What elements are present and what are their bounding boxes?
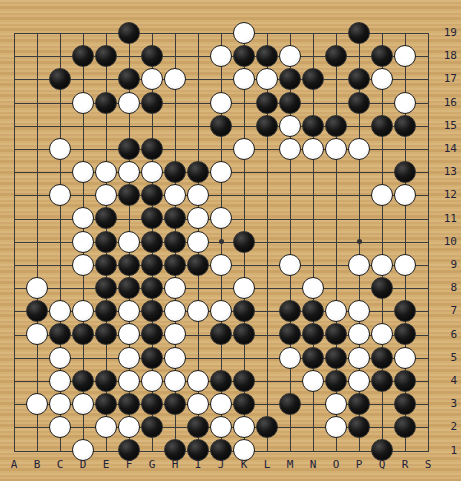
intersection-K18[interactable]: [233, 45, 256, 68]
intersection-C16[interactable]: [49, 91, 72, 114]
intersection-N17[interactable]: [302, 68, 325, 91]
intersection-K17[interactable]: [233, 68, 256, 91]
intersection-D8[interactable]: [72, 276, 95, 299]
intersection-O2[interactable]: [325, 416, 348, 439]
intersection-J14[interactable]: [210, 137, 233, 160]
intersection-K12[interactable]: [233, 184, 256, 207]
intersection-K19[interactable]: [233, 21, 256, 44]
intersection-C18[interactable]: [49, 45, 72, 68]
intersection-R13[interactable]: [394, 161, 417, 184]
intersection-H5[interactable]: [164, 346, 187, 369]
intersection-P15[interactable]: [348, 114, 371, 137]
intersection-E6[interactable]: [95, 323, 118, 346]
intersection-H16[interactable]: [164, 91, 187, 114]
intersection-R6[interactable]: [394, 323, 417, 346]
intersection-I18[interactable]: [187, 45, 210, 68]
intersection-Q12[interactable]: [371, 184, 394, 207]
intersection-N10[interactable]: [302, 230, 325, 253]
intersection-R7[interactable]: [394, 300, 417, 323]
intersection-B11[interactable]: [26, 207, 49, 230]
intersection-C14[interactable]: [49, 137, 72, 160]
intersection-O9[interactable]: [325, 253, 348, 276]
intersection-L17[interactable]: [256, 68, 279, 91]
intersection-I6[interactable]: [187, 323, 210, 346]
intersection-D3[interactable]: [72, 392, 95, 415]
intersection-D16[interactable]: [72, 91, 95, 114]
intersection-L11[interactable]: [256, 207, 279, 230]
intersection-B13[interactable]: [26, 161, 49, 184]
intersection-I12[interactable]: [187, 184, 210, 207]
intersection-L6[interactable]: [256, 323, 279, 346]
intersection-C4[interactable]: [49, 369, 72, 392]
intersection-E19[interactable]: [95, 21, 118, 44]
intersection-M3[interactable]: [279, 392, 302, 415]
intersection-C3[interactable]: [49, 392, 72, 415]
intersection-I2[interactable]: [187, 416, 210, 439]
intersection-E4[interactable]: [95, 369, 118, 392]
intersection-Q3[interactable]: [371, 392, 394, 415]
intersection-O14[interactable]: [325, 137, 348, 160]
intersection-Q5[interactable]: [371, 346, 394, 369]
intersection-F10[interactable]: [118, 230, 141, 253]
intersection-F19[interactable]: [118, 21, 141, 44]
intersection-R5[interactable]: [394, 346, 417, 369]
intersection-F7[interactable]: [118, 300, 141, 323]
intersection-M9[interactable]: [279, 253, 302, 276]
intersection-N3[interactable]: [302, 392, 325, 415]
intersection-Q14[interactable]: [371, 137, 394, 160]
intersection-K11[interactable]: [233, 207, 256, 230]
intersection-F3[interactable]: [118, 392, 141, 415]
intersection-G4[interactable]: [141, 369, 164, 392]
intersection-B2[interactable]: [26, 416, 49, 439]
intersection-N19[interactable]: [302, 21, 325, 44]
intersection-K2[interactable]: [233, 416, 256, 439]
intersection-N7[interactable]: [302, 300, 325, 323]
intersection-O8[interactable]: [325, 276, 348, 299]
intersection-P8[interactable]: [348, 276, 371, 299]
intersection-J19[interactable]: [210, 21, 233, 44]
intersection-M14[interactable]: [279, 137, 302, 160]
intersection-C15[interactable]: [49, 114, 72, 137]
intersection-L4[interactable]: [256, 369, 279, 392]
intersection-G18[interactable]: [141, 45, 164, 68]
intersection-I16[interactable]: [187, 91, 210, 114]
intersection-K9[interactable]: [233, 253, 256, 276]
intersection-M5[interactable]: [279, 346, 302, 369]
intersection-E5[interactable]: [95, 346, 118, 369]
intersection-I8[interactable]: [187, 276, 210, 299]
intersection-I14[interactable]: [187, 137, 210, 160]
intersection-G6[interactable]: [141, 323, 164, 346]
intersection-M10[interactable]: [279, 230, 302, 253]
intersection-I11[interactable]: [187, 207, 210, 230]
intersection-J8[interactable]: [210, 276, 233, 299]
intersection-A10[interactable]: [3, 230, 26, 253]
intersection-H11[interactable]: [164, 207, 187, 230]
intersection-O10[interactable]: [325, 230, 348, 253]
intersection-C10[interactable]: [49, 230, 72, 253]
intersection-B4[interactable]: [26, 369, 49, 392]
intersection-N12[interactable]: [302, 184, 325, 207]
intersection-J16[interactable]: [210, 91, 233, 114]
intersection-E8[interactable]: [95, 276, 118, 299]
intersection-F6[interactable]: [118, 323, 141, 346]
intersection-J17[interactable]: [210, 68, 233, 91]
intersection-R9[interactable]: [394, 253, 417, 276]
intersection-N4[interactable]: [302, 369, 325, 392]
intersection-G3[interactable]: [141, 392, 164, 415]
intersection-B14[interactable]: [26, 137, 49, 160]
intersection-L15[interactable]: [256, 114, 279, 137]
intersection-Q7[interactable]: [371, 300, 394, 323]
intersection-C13[interactable]: [49, 161, 72, 184]
intersection-B5[interactable]: [26, 346, 49, 369]
intersection-C7[interactable]: [49, 300, 72, 323]
intersection-J2[interactable]: [210, 416, 233, 439]
intersection-M11[interactable]: [279, 207, 302, 230]
intersection-Q16[interactable]: [371, 91, 394, 114]
intersection-O3[interactable]: [325, 392, 348, 415]
intersection-E9[interactable]: [95, 253, 118, 276]
intersection-P16[interactable]: [348, 91, 371, 114]
intersection-H2[interactable]: [164, 416, 187, 439]
intersection-A5[interactable]: [3, 346, 26, 369]
intersection-P3[interactable]: [348, 392, 371, 415]
intersection-A9[interactable]: [3, 253, 26, 276]
intersection-G16[interactable]: [141, 91, 164, 114]
intersection-E17[interactable]: [95, 68, 118, 91]
intersection-F18[interactable]: [118, 45, 141, 68]
intersection-F17[interactable]: [118, 68, 141, 91]
intersection-E10[interactable]: [95, 230, 118, 253]
intersection-O19[interactable]: [325, 21, 348, 44]
intersection-M18[interactable]: [279, 45, 302, 68]
intersection-I5[interactable]: [187, 346, 210, 369]
intersection-H19[interactable]: [164, 21, 187, 44]
intersection-O5[interactable]: [325, 346, 348, 369]
intersection-Q15[interactable]: [371, 114, 394, 137]
intersection-Q4[interactable]: [371, 369, 394, 392]
intersection-G11[interactable]: [141, 207, 164, 230]
intersection-C17[interactable]: [49, 68, 72, 91]
intersection-H9[interactable]: [164, 253, 187, 276]
intersection-H14[interactable]: [164, 137, 187, 160]
intersection-L14[interactable]: [256, 137, 279, 160]
intersection-H3[interactable]: [164, 392, 187, 415]
intersection-N16[interactable]: [302, 91, 325, 114]
intersection-I9[interactable]: [187, 253, 210, 276]
intersection-I17[interactable]: [187, 68, 210, 91]
intersection-G14[interactable]: [141, 137, 164, 160]
intersection-P17[interactable]: [348, 68, 371, 91]
intersection-B7[interactable]: [26, 300, 49, 323]
intersection-R15[interactable]: [394, 114, 417, 137]
intersection-F16[interactable]: [118, 91, 141, 114]
intersection-O17[interactable]: [325, 68, 348, 91]
intersection-P10[interactable]: [348, 230, 371, 253]
intersection-E16[interactable]: [95, 91, 118, 114]
intersection-A4[interactable]: [3, 369, 26, 392]
intersection-P9[interactable]: [348, 253, 371, 276]
intersection-D9[interactable]: [72, 253, 95, 276]
intersection-H18[interactable]: [164, 45, 187, 68]
intersection-H4[interactable]: [164, 369, 187, 392]
intersection-A3[interactable]: [3, 392, 26, 415]
intersection-R3[interactable]: [394, 392, 417, 415]
intersection-B10[interactable]: [26, 230, 49, 253]
intersection-A17[interactable]: [3, 68, 26, 91]
intersection-L18[interactable]: [256, 45, 279, 68]
intersection-N5[interactable]: [302, 346, 325, 369]
intersection-B15[interactable]: [26, 114, 49, 137]
intersection-F9[interactable]: [118, 253, 141, 276]
intersection-K10[interactable]: [233, 230, 256, 253]
intersection-R19[interactable]: [394, 21, 417, 44]
intersection-M16[interactable]: [279, 91, 302, 114]
intersection-Q19[interactable]: [371, 21, 394, 44]
intersection-B8[interactable]: [26, 276, 49, 299]
intersection-P19[interactable]: [348, 21, 371, 44]
intersection-C5[interactable]: [49, 346, 72, 369]
intersection-P13[interactable]: [348, 161, 371, 184]
intersection-O16[interactable]: [325, 91, 348, 114]
intersection-Q17[interactable]: [371, 68, 394, 91]
intersection-R16[interactable]: [394, 91, 417, 114]
intersection-J13[interactable]: [210, 161, 233, 184]
intersection-J6[interactable]: [210, 323, 233, 346]
intersection-R11[interactable]: [394, 207, 417, 230]
intersection-A18[interactable]: [3, 45, 26, 68]
intersection-H8[interactable]: [164, 276, 187, 299]
intersection-E2[interactable]: [95, 416, 118, 439]
intersection-I10[interactable]: [187, 230, 210, 253]
intersection-I7[interactable]: [187, 300, 210, 323]
intersection-L5[interactable]: [256, 346, 279, 369]
intersection-G9[interactable]: [141, 253, 164, 276]
intersection-L9[interactable]: [256, 253, 279, 276]
intersection-B3[interactable]: [26, 392, 49, 415]
intersection-P6[interactable]: [348, 323, 371, 346]
intersection-D5[interactable]: [72, 346, 95, 369]
intersection-O4[interactable]: [325, 369, 348, 392]
intersection-J15[interactable]: [210, 114, 233, 137]
intersection-K7[interactable]: [233, 300, 256, 323]
intersection-H12[interactable]: [164, 184, 187, 207]
intersection-A6[interactable]: [3, 323, 26, 346]
intersection-H15[interactable]: [164, 114, 187, 137]
intersection-N18[interactable]: [302, 45, 325, 68]
intersection-Q2[interactable]: [371, 416, 394, 439]
intersection-K8[interactable]: [233, 276, 256, 299]
intersection-R10[interactable]: [394, 230, 417, 253]
intersection-J3[interactable]: [210, 392, 233, 415]
intersection-E7[interactable]: [95, 300, 118, 323]
intersection-G17[interactable]: [141, 68, 164, 91]
intersection-D17[interactable]: [72, 68, 95, 91]
intersection-E11[interactable]: [95, 207, 118, 230]
intersection-E14[interactable]: [95, 137, 118, 160]
intersection-C19[interactable]: [49, 21, 72, 44]
intersection-K15[interactable]: [233, 114, 256, 137]
intersection-M15[interactable]: [279, 114, 302, 137]
intersection-C12[interactable]: [49, 184, 72, 207]
intersection-A14[interactable]: [3, 137, 26, 160]
intersection-D15[interactable]: [72, 114, 95, 137]
intersection-D13[interactable]: [72, 161, 95, 184]
intersection-B12[interactable]: [26, 184, 49, 207]
intersection-G8[interactable]: [141, 276, 164, 299]
intersection-Q10[interactable]: [371, 230, 394, 253]
intersection-B9[interactable]: [26, 253, 49, 276]
intersection-M12[interactable]: [279, 184, 302, 207]
intersection-J12[interactable]: [210, 184, 233, 207]
intersection-D2[interactable]: [72, 416, 95, 439]
intersection-I13[interactable]: [187, 161, 210, 184]
intersection-F12[interactable]: [118, 184, 141, 207]
intersection-I4[interactable]: [187, 369, 210, 392]
intersection-M4[interactable]: [279, 369, 302, 392]
intersection-D19[interactable]: [72, 21, 95, 44]
intersection-E12[interactable]: [95, 184, 118, 207]
intersection-E15[interactable]: [95, 114, 118, 137]
intersection-O13[interactable]: [325, 161, 348, 184]
intersection-F2[interactable]: [118, 416, 141, 439]
intersection-D14[interactable]: [72, 137, 95, 160]
intersection-C2[interactable]: [49, 416, 72, 439]
intersection-Q11[interactable]: [371, 207, 394, 230]
intersection-J9[interactable]: [210, 253, 233, 276]
intersection-R18[interactable]: [394, 45, 417, 68]
intersection-I3[interactable]: [187, 392, 210, 415]
intersection-B17[interactable]: [26, 68, 49, 91]
intersection-N11[interactable]: [302, 207, 325, 230]
intersection-P7[interactable]: [348, 300, 371, 323]
intersection-D7[interactable]: [72, 300, 95, 323]
intersection-C9[interactable]: [49, 253, 72, 276]
intersection-C8[interactable]: [49, 276, 72, 299]
intersection-C6[interactable]: [49, 323, 72, 346]
intersection-P5[interactable]: [348, 346, 371, 369]
intersection-J4[interactable]: [210, 369, 233, 392]
intersection-P12[interactable]: [348, 184, 371, 207]
intersection-P4[interactable]: [348, 369, 371, 392]
intersection-L12[interactable]: [256, 184, 279, 207]
intersection-E18[interactable]: [95, 45, 118, 68]
intersection-F4[interactable]: [118, 369, 141, 392]
intersection-H10[interactable]: [164, 230, 187, 253]
intersection-D12[interactable]: [72, 184, 95, 207]
intersection-M13[interactable]: [279, 161, 302, 184]
intersection-L10[interactable]: [256, 230, 279, 253]
intersection-G10[interactable]: [141, 230, 164, 253]
intersection-A8[interactable]: [3, 276, 26, 299]
intersection-J10[interactable]: [210, 230, 233, 253]
intersection-E13[interactable]: [95, 161, 118, 184]
intersection-F11[interactable]: [118, 207, 141, 230]
intersection-L8[interactable]: [256, 276, 279, 299]
intersection-R12[interactable]: [394, 184, 417, 207]
intersection-P11[interactable]: [348, 207, 371, 230]
intersection-J7[interactable]: [210, 300, 233, 323]
intersection-O11[interactable]: [325, 207, 348, 230]
intersection-A11[interactable]: [3, 207, 26, 230]
intersection-K5[interactable]: [233, 346, 256, 369]
intersection-K3[interactable]: [233, 392, 256, 415]
intersection-F5[interactable]: [118, 346, 141, 369]
intersection-M19[interactable]: [279, 21, 302, 44]
intersection-B6[interactable]: [26, 323, 49, 346]
intersection-M7[interactable]: [279, 300, 302, 323]
intersection-J5[interactable]: [210, 346, 233, 369]
intersection-M17[interactable]: [279, 68, 302, 91]
intersection-A13[interactable]: [3, 161, 26, 184]
intersection-M8[interactable]: [279, 276, 302, 299]
intersection-D11[interactable]: [72, 207, 95, 230]
intersection-R14[interactable]: [394, 137, 417, 160]
intersection-L16[interactable]: [256, 91, 279, 114]
intersection-G5[interactable]: [141, 346, 164, 369]
intersection-F13[interactable]: [118, 161, 141, 184]
intersection-F15[interactable]: [118, 114, 141, 137]
intersection-A19[interactable]: [3, 21, 26, 44]
intersection-C11[interactable]: [49, 207, 72, 230]
intersection-O6[interactable]: [325, 323, 348, 346]
intersection-A12[interactable]: [3, 184, 26, 207]
intersection-B19[interactable]: [26, 21, 49, 44]
intersection-H7[interactable]: [164, 300, 187, 323]
intersection-M2[interactable]: [279, 416, 302, 439]
intersection-L2[interactable]: [256, 416, 279, 439]
intersection-F14[interactable]: [118, 137, 141, 160]
intersection-K4[interactable]: [233, 369, 256, 392]
intersection-G13[interactable]: [141, 161, 164, 184]
intersection-Q9[interactable]: [371, 253, 394, 276]
intersection-E3[interactable]: [95, 392, 118, 415]
intersection-N8[interactable]: [302, 276, 325, 299]
intersection-L3[interactable]: [256, 392, 279, 415]
intersection-R2[interactable]: [394, 416, 417, 439]
intersection-Q8[interactable]: [371, 276, 394, 299]
intersection-I19[interactable]: [187, 21, 210, 44]
intersection-I15[interactable]: [187, 114, 210, 137]
intersection-K6[interactable]: [233, 323, 256, 346]
intersection-N15[interactable]: [302, 114, 325, 137]
intersection-A15[interactable]: [3, 114, 26, 137]
intersection-H17[interactable]: [164, 68, 187, 91]
intersection-D18[interactable]: [72, 45, 95, 68]
intersection-N9[interactable]: [302, 253, 325, 276]
intersection-L7[interactable]: [256, 300, 279, 323]
intersection-G2[interactable]: [141, 416, 164, 439]
intersection-F8[interactable]: [118, 276, 141, 299]
intersection-N13[interactable]: [302, 161, 325, 184]
intersection-G7[interactable]: [141, 300, 164, 323]
intersection-N2[interactable]: [302, 416, 325, 439]
intersection-A7[interactable]: [3, 300, 26, 323]
intersection-O18[interactable]: [325, 45, 348, 68]
intersection-K16[interactable]: [233, 91, 256, 114]
intersection-R17[interactable]: [394, 68, 417, 91]
intersection-P18[interactable]: [348, 45, 371, 68]
intersection-D6[interactable]: [72, 323, 95, 346]
intersection-B16[interactable]: [26, 91, 49, 114]
intersection-Q18[interactable]: [371, 45, 394, 68]
intersection-Q13[interactable]: [371, 161, 394, 184]
intersection-J11[interactable]: [210, 207, 233, 230]
intersection-G19[interactable]: [141, 21, 164, 44]
intersection-A2[interactable]: [3, 416, 26, 439]
